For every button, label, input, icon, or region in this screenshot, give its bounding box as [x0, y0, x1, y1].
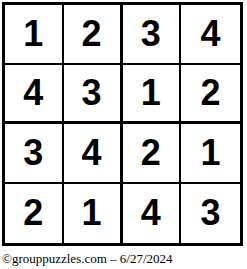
sudoku-cell-r2c2: 3: [64, 65, 123, 125]
sudoku-cell-r2c3: 1: [123, 65, 182, 125]
sudoku-cell-r4c4: 3: [181, 184, 240, 244]
sudoku-cell-r3c4: 1: [181, 124, 240, 184]
sudoku-cell-r2c1: 4: [5, 65, 64, 125]
sudoku-cell-r1c1: 1: [5, 5, 64, 65]
sudoku-cell-r3c3: 2: [123, 124, 182, 184]
sudoku-board: 1234431234212143: [2, 2, 243, 246]
sudoku-cell-r2c4: 2: [181, 65, 240, 125]
sudoku-cell-r4c3: 4: [123, 184, 182, 244]
sudoku-cell-r3c1: 3: [5, 124, 64, 184]
sudoku-cell-r4c2: 1: [64, 184, 123, 244]
sudoku-cell-r1c3: 3: [123, 5, 182, 65]
sudoku-cell-r1c2: 2: [64, 5, 123, 65]
sudoku-cell-r4c1: 2: [5, 184, 64, 244]
copyright-caption: ©grouppuzzles.com – 6/27/2024: [2, 251, 173, 267]
sudoku-cell-r3c2: 4: [64, 124, 123, 184]
sudoku-cell-r1c4: 4: [181, 5, 240, 65]
